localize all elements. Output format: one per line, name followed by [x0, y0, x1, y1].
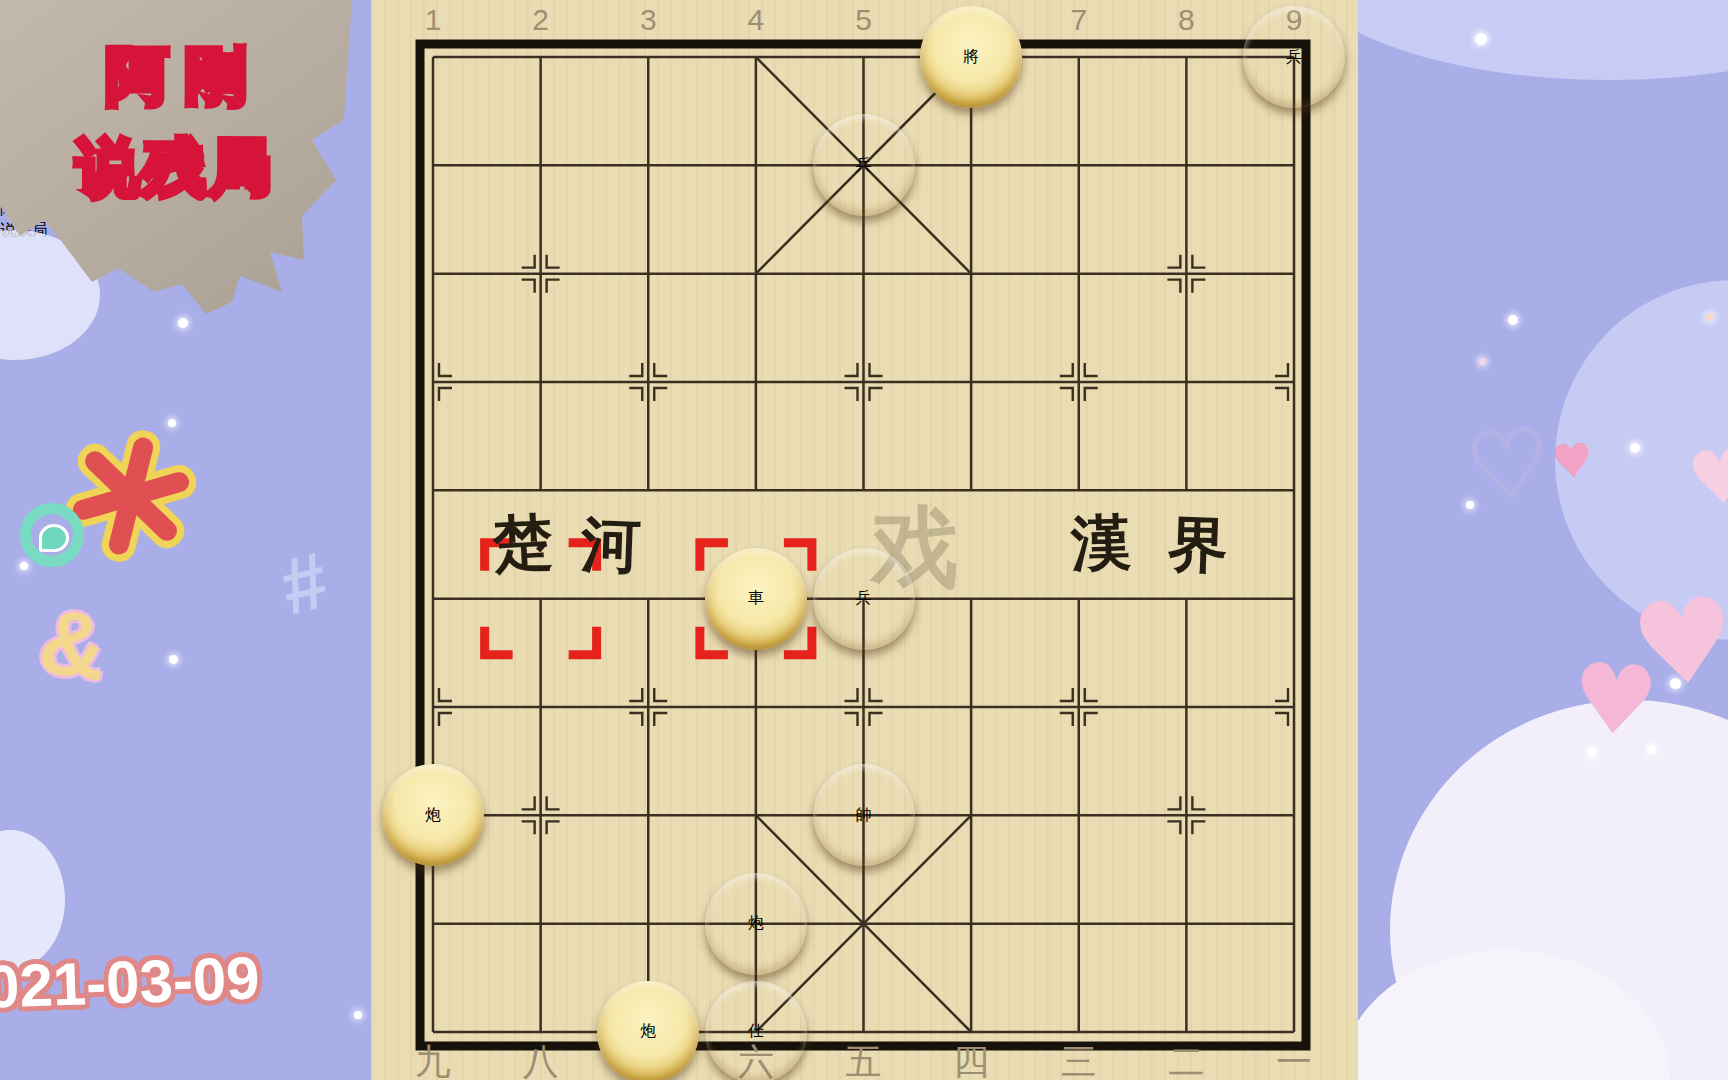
piece-red-兵-file5-rank6[interactable]: 兵 — [813, 548, 915, 650]
piece-character: 炮 — [640, 1021, 656, 1042]
sparkle-dot — [1508, 315, 1518, 325]
piece-red-仕-file4-rank10[interactable]: 仕 — [705, 981, 807, 1080]
file-label-bottom-1: 九 — [415, 1038, 451, 1080]
date-text: 021-03-09 — [0, 943, 261, 1022]
piece-black-炮-file1-rank8[interactable]: 炮 — [382, 764, 484, 866]
piece-character: 兵 — [856, 155, 872, 176]
sparkle-dot — [1630, 443, 1640, 453]
file-label-top-5: 5 — [855, 3, 872, 37]
file-label-bottom-7: 三 — [1061, 1038, 1097, 1080]
screenshot-stage: & # ♥ ♥ ♥ 123456789九八七六五四三二一楚河漢界 戏 將兵兵車兵… — [0, 0, 1728, 1080]
file-label-top-1: 1 — [425, 3, 442, 37]
river-character: 楚 — [491, 502, 555, 586]
piece-character: 炮 — [425, 805, 441, 826]
piece-character: 兵 — [1286, 47, 1302, 68]
piece-red-帥-file5-rank8[interactable]: 帥 — [813, 764, 915, 866]
piece-character: 炮 — [748, 913, 764, 934]
river-character: 河 — [580, 504, 643, 587]
file-label-bottom-5: 五 — [846, 1038, 882, 1080]
file-label-bottom-8: 二 — [1168, 1038, 1204, 1080]
file-label-top-7: 7 — [1070, 3, 1087, 37]
piece-red-炮-file4-rank9[interactable]: 炮 — [705, 873, 807, 975]
heart-icon: ♥ — [1550, 436, 1596, 486]
file-label-top-4: 4 — [748, 3, 765, 37]
sparkle-dot — [1479, 358, 1486, 365]
piece-black-車-file4-rank6[interactable]: 車 — [705, 548, 807, 650]
hash-icon: # — [272, 534, 337, 634]
cloud-bottom-right-1 — [1390, 700, 1728, 1080]
corner-logo-paper: 阿刚 说残局 — [0, 0, 352, 332]
teal-ring-icon — [20, 503, 84, 567]
file-label-bottom-2: 八 — [523, 1038, 559, 1080]
heart-icon: ♥ — [1684, 437, 1728, 518]
river-character: 界 — [1167, 504, 1230, 587]
piece-character: 車 — [748, 588, 764, 609]
sparkle-dot — [168, 419, 176, 427]
heart-outline-icon: ♥ — [1464, 416, 1554, 514]
piece-character: 帥 — [856, 805, 872, 826]
piece-red-兵-file9-rank1[interactable]: 兵 — [1243, 6, 1345, 108]
sparkle-dot — [178, 318, 188, 328]
corner-logo-line2: 说残局 — [0, 126, 352, 210]
piece-character: 仕 — [748, 1021, 764, 1042]
piece-character: 兵 — [856, 588, 872, 609]
corner-logo-line1: 阿刚 — [0, 34, 352, 118]
river-character: 漢 — [1070, 502, 1133, 585]
heart-icon: ♥ — [1569, 649, 1662, 751]
cloud-bottom-right-2 — [1340, 950, 1670, 1080]
file-label-top-3: 3 — [640, 3, 657, 37]
sparkle-dot — [1706, 313, 1714, 321]
cloud-left-bottom — [0, 830, 65, 970]
sparkle-dot — [169, 655, 178, 664]
sparkle-dot — [354, 1011, 362, 1019]
file-label-top-8: 8 — [1178, 3, 1195, 37]
piece-character: 將 — [963, 47, 979, 68]
ampersand-icon: & — [33, 588, 113, 701]
file-label-bottom-9: 一 — [1276, 1038, 1312, 1080]
sparkle-dot — [1475, 33, 1487, 45]
file-label-top-2: 2 — [532, 3, 549, 37]
sparkle-dot — [20, 562, 28, 570]
file-label-bottom-6: 四 — [953, 1038, 989, 1080]
piece-black-炮-file3-rank10[interactable]: 炮 — [597, 981, 699, 1080]
piece-black-將-file6-rank1[interactable]: 將 — [920, 6, 1022, 108]
piece-red-兵-file5-rank2[interactable]: 兵 — [813, 114, 915, 216]
